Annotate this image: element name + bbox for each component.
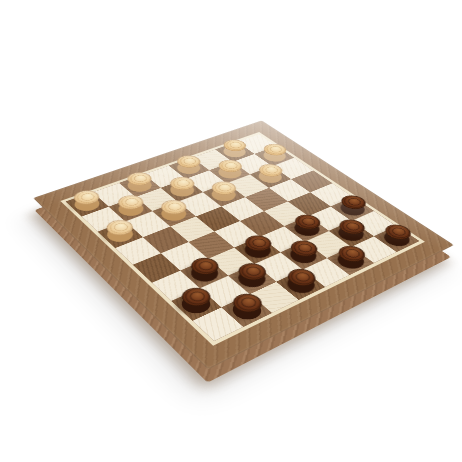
checker-piece-light[interactable] bbox=[113, 199, 147, 218]
checker-piece-light[interactable] bbox=[207, 185, 241, 203]
board-square[interactable] bbox=[374, 226, 419, 252]
board-square[interactable] bbox=[98, 221, 143, 248]
checker-piece-dark[interactable] bbox=[227, 297, 267, 323]
checker-piece-light[interactable] bbox=[70, 195, 104, 214]
piece-top bbox=[333, 243, 370, 265]
photo-background bbox=[0, 0, 462, 462]
piece-top bbox=[113, 193, 148, 212]
checker-piece-dark[interactable] bbox=[177, 291, 217, 317]
board-grid bbox=[60, 132, 425, 346]
board-square[interactable] bbox=[171, 288, 221, 320]
checkers-board bbox=[33, 120, 454, 369]
checker-piece-dark[interactable] bbox=[281, 272, 320, 296]
board-frame bbox=[33, 120, 454, 369]
checker-piece-dark[interactable] bbox=[379, 228, 415, 249]
